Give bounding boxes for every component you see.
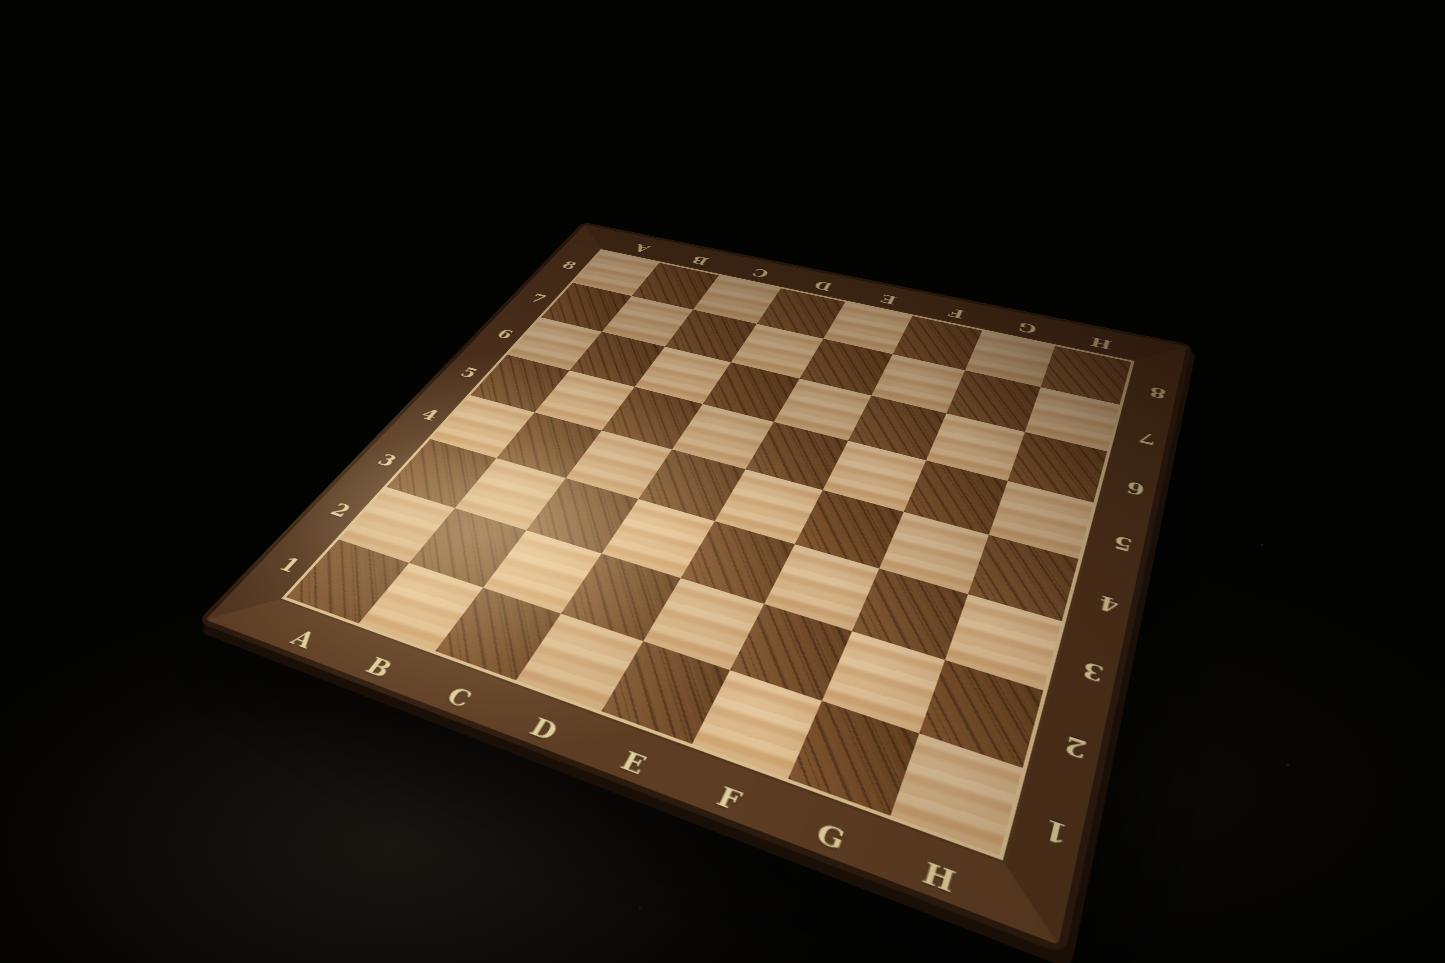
frame-inner-gap [278,248,1137,864]
chessboard: ABCDEFGH ABCDEFGH 87654321 87654321 [197,222,1192,955]
scene-background: ABCDEFGH ABCDEFGH 87654321 87654321 [0,0,1445,963]
board-outer-bevel: ABCDEFGH ABCDEFGH 87654321 87654321 [197,222,1192,955]
frame-inner-line [281,249,1134,860]
board-squares [286,251,1131,855]
board-frame [206,225,1187,945]
